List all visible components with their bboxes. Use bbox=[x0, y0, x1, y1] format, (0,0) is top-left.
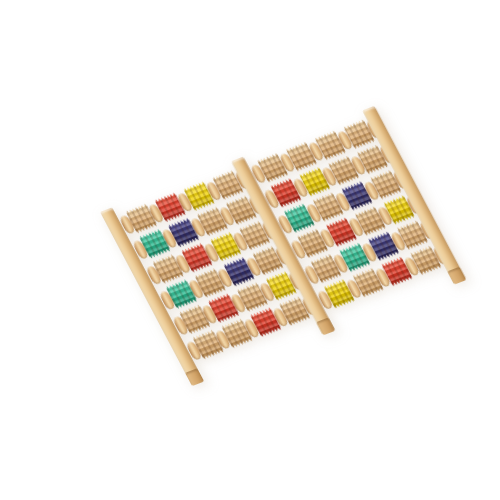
foot-massager-board bbox=[100, 106, 466, 386]
product-photo-background bbox=[0, 0, 500, 500]
